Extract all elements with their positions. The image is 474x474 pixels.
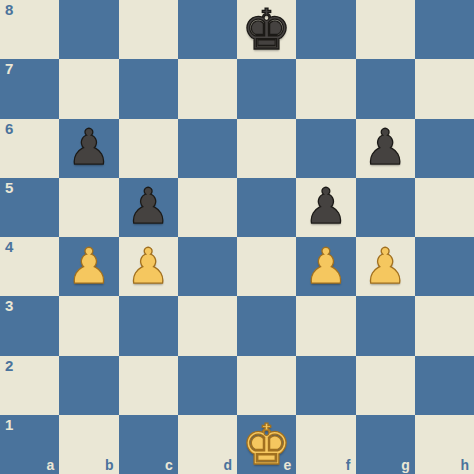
- square-a1[interactable]: 1a: [0, 415, 59, 474]
- square-g6[interactable]: ♟: [356, 119, 415, 178]
- square-h1[interactable]: h: [415, 415, 474, 474]
- square-f1[interactable]: f: [296, 415, 355, 474]
- square-e8[interactable]: ♚: [237, 0, 296, 59]
- square-b8[interactable]: [59, 0, 118, 59]
- square-b2[interactable]: [59, 356, 118, 415]
- square-d6[interactable]: [178, 119, 237, 178]
- square-f2[interactable]: [296, 356, 355, 415]
- square-e2[interactable]: [237, 356, 296, 415]
- black-king[interactable]: ♚: [242, 0, 292, 59]
- square-b4[interactable]: ♟: [59, 237, 118, 296]
- square-a5[interactable]: 5: [0, 178, 59, 237]
- square-h5[interactable]: [415, 178, 474, 237]
- black-pawn[interactable]: ♟: [304, 178, 348, 236]
- square-d7[interactable]: [178, 59, 237, 118]
- rank-label-1: 1: [5, 416, 13, 434]
- file-label-b: b: [105, 457, 114, 473]
- square-c1[interactable]: c: [119, 415, 178, 474]
- square-e6[interactable]: [237, 119, 296, 178]
- white-pawn[interactable]: ♟: [304, 238, 348, 296]
- file-label-f: f: [346, 457, 351, 473]
- square-h3[interactable]: [415, 296, 474, 355]
- black-pawn[interactable]: ♟: [363, 119, 407, 177]
- square-b6[interactable]: ♟: [59, 119, 118, 178]
- square-h2[interactable]: [415, 356, 474, 415]
- square-h6[interactable]: [415, 119, 474, 178]
- square-f5[interactable]: ♟: [296, 178, 355, 237]
- square-f8[interactable]: [296, 0, 355, 59]
- square-d8[interactable]: [178, 0, 237, 59]
- square-d3[interactable]: [178, 296, 237, 355]
- white-pawn[interactable]: ♟: [67, 238, 111, 296]
- square-b5[interactable]: [59, 178, 118, 237]
- square-d2[interactable]: [178, 356, 237, 415]
- square-g3[interactable]: [356, 296, 415, 355]
- square-a8[interactable]: 8: [0, 0, 59, 59]
- square-h7[interactable]: [415, 59, 474, 118]
- rank-label-7: 7: [5, 60, 13, 78]
- square-f3[interactable]: [296, 296, 355, 355]
- square-g1[interactable]: g: [356, 415, 415, 474]
- square-c8[interactable]: [119, 0, 178, 59]
- rank-label-2: 2: [5, 357, 13, 375]
- square-c6[interactable]: [119, 119, 178, 178]
- square-a2[interactable]: 2: [0, 356, 59, 415]
- file-label-h: h: [460, 457, 469, 473]
- rank-label-3: 3: [5, 297, 13, 315]
- rank-label-8: 8: [5, 1, 13, 19]
- rank-label-5: 5: [5, 179, 13, 197]
- white-pawn[interactable]: ♟: [126, 238, 170, 296]
- square-a4[interactable]: 4: [0, 237, 59, 296]
- square-g7[interactable]: [356, 59, 415, 118]
- square-g4[interactable]: ♟: [356, 237, 415, 296]
- white-pawn[interactable]: ♟: [363, 238, 407, 296]
- square-h8[interactable]: [415, 0, 474, 59]
- square-e3[interactable]: [237, 296, 296, 355]
- file-label-a: a: [46, 457, 54, 473]
- black-pawn[interactable]: ♟: [126, 178, 170, 236]
- square-g5[interactable]: [356, 178, 415, 237]
- square-g2[interactable]: [356, 356, 415, 415]
- rank-label-6: 6: [5, 120, 13, 138]
- square-c7[interactable]: [119, 59, 178, 118]
- square-c4[interactable]: ♟: [119, 237, 178, 296]
- square-d4[interactable]: [178, 237, 237, 296]
- square-h4[interactable]: [415, 237, 474, 296]
- square-f4[interactable]: ♟: [296, 237, 355, 296]
- square-g8[interactable]: [356, 0, 415, 59]
- chess-board: 8♚76♟♟5♟♟4♟♟♟♟321abcde♚fgh: [0, 0, 474, 474]
- square-c5[interactable]: ♟: [119, 178, 178, 237]
- square-e1[interactable]: e♚: [237, 415, 296, 474]
- square-b3[interactable]: [59, 296, 118, 355]
- square-f6[interactable]: [296, 119, 355, 178]
- square-a3[interactable]: 3: [0, 296, 59, 355]
- file-label-d: d: [223, 457, 232, 473]
- square-e4[interactable]: [237, 237, 296, 296]
- square-c2[interactable]: [119, 356, 178, 415]
- rank-label-4: 4: [5, 238, 13, 256]
- file-label-g: g: [401, 457, 410, 473]
- file-label-e: e: [283, 457, 291, 473]
- square-d1[interactable]: d: [178, 415, 237, 474]
- file-label-c: c: [165, 457, 173, 473]
- square-b1[interactable]: b: [59, 415, 118, 474]
- square-e7[interactable]: [237, 59, 296, 118]
- square-a6[interactable]: 6: [0, 119, 59, 178]
- square-e5[interactable]: [237, 178, 296, 237]
- square-c3[interactable]: [119, 296, 178, 355]
- square-b7[interactable]: [59, 59, 118, 118]
- square-a7[interactable]: 7: [0, 59, 59, 118]
- square-d5[interactable]: [178, 178, 237, 237]
- black-pawn[interactable]: ♟: [67, 119, 111, 177]
- square-f7[interactable]: [296, 59, 355, 118]
